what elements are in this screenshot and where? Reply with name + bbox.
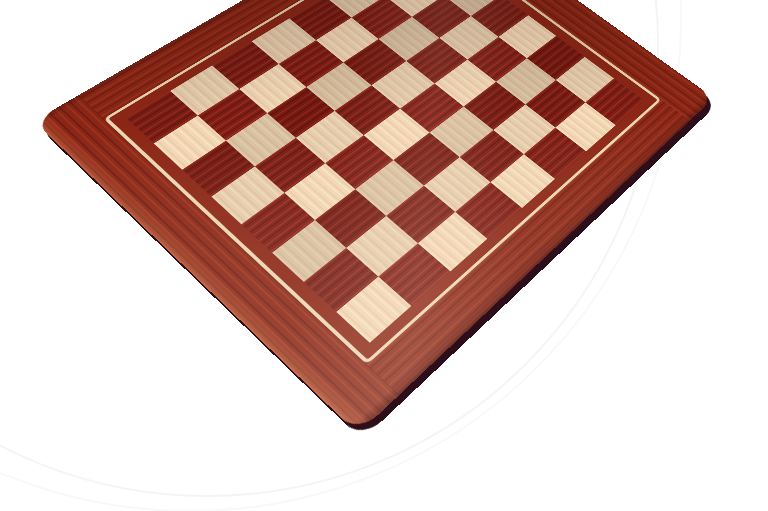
photo-background [0, 0, 768, 511]
chess-board [34, 0, 714, 434]
